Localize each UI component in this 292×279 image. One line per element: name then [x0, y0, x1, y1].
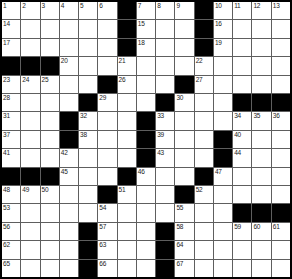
white-cell-r7c13[interactable]: 34: [233, 112, 251, 129]
white-cell-r1c10[interactable]: 9: [175, 2, 193, 19]
white-cell-r6c11[interactable]: [195, 94, 213, 111]
clue-number-24: 24: [22, 76, 29, 84]
white-cell-r4c7[interactable]: 21: [118, 57, 136, 74]
white-cell-r10c8[interactable]: 46: [137, 168, 155, 185]
white-cell-r15c1[interactable]: 65: [2, 260, 20, 277]
white-cell-r8c15[interactable]: [272, 131, 290, 148]
black-cell-r15c5: [79, 260, 97, 277]
clue-number-49: 49: [22, 186, 29, 194]
white-cell-r2c15[interactable]: [272, 20, 290, 37]
white-cell-r11c14[interactable]: [252, 186, 270, 203]
white-cell-r1c15[interactable]: 13: [272, 2, 290, 19]
clue-number-59: 59: [234, 223, 241, 231]
clue-number-19: 19: [215, 39, 222, 47]
white-cell-r1c5[interactable]: 5: [79, 2, 97, 19]
white-cell-r2c12[interactable]: 16: [214, 20, 232, 37]
clue-number-23: 23: [3, 76, 10, 84]
white-cell-r1c1[interactable]: 1: [2, 2, 20, 19]
white-cell-r6c1[interactable]: 28: [2, 94, 20, 111]
white-cell-r12c6[interactable]: 54: [98, 204, 116, 221]
white-cell-r5c12[interactable]: [214, 76, 232, 93]
white-cell-r9c4[interactable]: 42: [60, 149, 78, 166]
clue-number-33: 33: [157, 112, 164, 120]
white-cell-r13c2[interactable]: [21, 223, 39, 240]
white-cell-r8c5[interactable]: 38: [79, 131, 97, 148]
white-cell-r12c4[interactable]: [60, 204, 78, 221]
crossword-grid: 1234567891011121314151617181920212223242…: [0, 0, 292, 279]
clue-number-15: 15: [138, 20, 145, 28]
clue-number-31: 31: [3, 112, 10, 120]
clue-number-32: 32: [80, 112, 87, 120]
black-cell-r3c11: [195, 39, 213, 56]
black-cell-r4c3: [41, 57, 59, 74]
clue-number-25: 25: [42, 76, 49, 84]
white-cell-r2c4[interactable]: [60, 20, 78, 37]
white-cell-r2c9[interactable]: [156, 20, 174, 37]
black-cell-r5c6: [98, 76, 116, 93]
clue-number-41: 41: [3, 149, 10, 157]
clue-number-38: 38: [80, 131, 87, 139]
black-cell-r9c12: [214, 149, 232, 166]
white-cell-r1c2[interactable]: 2: [21, 2, 39, 19]
black-cell-r10c2: [21, 168, 39, 185]
white-cell-r7c5[interactable]: 32: [79, 112, 97, 129]
white-cell-r13c3[interactable]: [41, 223, 59, 240]
clue-number-10: 10: [215, 2, 222, 10]
white-cell-r8c14[interactable]: [252, 131, 270, 148]
white-cell-r10c5[interactable]: [79, 168, 97, 185]
clue-number-36: 36: [273, 112, 280, 120]
black-cell-r12c13: [233, 204, 251, 221]
white-cell-r11c8[interactable]: [137, 186, 155, 203]
clue-number-54: 54: [99, 204, 106, 212]
white-cell-r10c15[interactable]: [272, 168, 290, 185]
clue-number-2: 2: [22, 2, 25, 10]
white-cell-r13c15[interactable]: 61: [272, 223, 290, 240]
black-cell-r11c6: [98, 186, 116, 203]
white-cell-r13c7[interactable]: [118, 223, 136, 240]
clue-number-27: 27: [196, 76, 203, 84]
white-cell-r14c13[interactable]: [233, 241, 251, 258]
clue-number-4: 4: [61, 2, 64, 10]
white-cell-r14c2[interactable]: [21, 241, 39, 258]
white-cell-r6c2[interactable]: [21, 94, 39, 111]
white-cell-r13c13[interactable]: 59: [233, 223, 251, 240]
white-cell-r12c2[interactable]: [21, 204, 39, 221]
white-cell-r1c8[interactable]: 7: [137, 2, 155, 19]
white-cell-r9c5[interactable]: [79, 149, 97, 166]
white-cell-r8c10[interactable]: [175, 131, 193, 148]
white-cell-r3c3[interactable]: [41, 39, 59, 56]
clue-number-39: 39: [157, 131, 164, 139]
white-cell-r3c5[interactable]: [79, 39, 97, 56]
clue-number-52: 52: [196, 186, 203, 194]
clue-number-65: 65: [3, 260, 10, 268]
white-cell-r6c12[interactable]: [214, 94, 232, 111]
white-cell-r9c14[interactable]: [252, 149, 270, 166]
clue-number-6: 6: [99, 2, 102, 10]
white-cell-r14c12[interactable]: [214, 241, 232, 258]
clue-number-47: 47: [215, 168, 222, 176]
white-cell-r3c2[interactable]: [21, 39, 39, 56]
black-cell-r9c8: [137, 149, 155, 166]
white-cell-r15c14[interactable]: [252, 260, 270, 277]
black-cell-r14c9: [156, 241, 174, 258]
white-cell-r11c11[interactable]: 52: [195, 186, 213, 203]
white-cell-r5c14[interactable]: [252, 76, 270, 93]
white-cell-r8c7[interactable]: [118, 131, 136, 148]
black-cell-r1c7: [118, 2, 136, 19]
clue-number-16: 16: [215, 20, 222, 28]
white-cell-r15c4[interactable]: [60, 260, 78, 277]
white-cell-r12c3[interactable]: [41, 204, 59, 221]
clue-number-30: 30: [176, 94, 183, 102]
clue-number-3: 3: [42, 2, 45, 10]
white-cell-r7c14[interactable]: 35: [252, 112, 270, 129]
white-cell-r11c13[interactable]: [233, 186, 251, 203]
clue-number-35: 35: [253, 112, 260, 120]
white-cell-r12c1[interactable]: 53: [2, 204, 20, 221]
white-cell-r5c7[interactable]: 26: [118, 76, 136, 93]
white-cell-r13c8[interactable]: [137, 223, 155, 240]
white-cell-r1c6[interactable]: 6: [98, 2, 116, 19]
white-cell-r10c10[interactable]: [175, 168, 193, 185]
white-cell-r11c4[interactable]: [60, 186, 78, 203]
white-cell-r2c10[interactable]: [175, 20, 193, 37]
clue-number-29: 29: [99, 94, 106, 102]
clue-number-44: 44: [234, 149, 241, 157]
clue-number-8: 8: [157, 2, 160, 10]
white-cell-r13c11[interactable]: [195, 223, 213, 240]
white-cell-r3c4[interactable]: [60, 39, 78, 56]
white-cell-r15c3[interactable]: [41, 260, 59, 277]
white-cell-r11c9[interactable]: [156, 186, 174, 203]
white-cell-r13c6[interactable]: 57: [98, 223, 116, 240]
black-cell-r4c1: [2, 57, 20, 74]
black-cell-r10c11: [195, 168, 213, 185]
black-cell-r10c3: [41, 168, 59, 185]
black-cell-r8c8: [137, 131, 155, 148]
black-cell-r3c7: [118, 39, 136, 56]
clue-number-53: 53: [3, 204, 10, 212]
white-cell-r8c6[interactable]: [98, 131, 116, 148]
white-cell-r13c12[interactable]: [214, 223, 232, 240]
clue-number-61: 61: [273, 223, 280, 231]
white-cell-r3c6[interactable]: [98, 39, 116, 56]
white-cell-r2c1[interactable]: 14: [2, 20, 20, 37]
white-cell-r4c11[interactable]: 22: [195, 57, 213, 74]
white-cell-r10c6[interactable]: [98, 168, 116, 185]
white-cell-r4c9[interactable]: [156, 57, 174, 74]
white-cell-r7c12[interactable]: [214, 112, 232, 129]
white-cell-r12c11[interactable]: [195, 204, 213, 221]
white-cell-r5c4[interactable]: [60, 76, 78, 93]
white-cell-r8c9[interactable]: 39: [156, 131, 174, 148]
clue-number-63: 63: [99, 241, 106, 249]
clue-number-57: 57: [99, 223, 106, 231]
black-cell-r6c14: [252, 94, 270, 111]
clue-number-50: 50: [42, 186, 49, 194]
white-cell-r13c10[interactable]: 58: [175, 223, 193, 240]
white-cell-r7c10[interactable]: [175, 112, 193, 129]
white-cell-r5c8[interactable]: [137, 76, 155, 93]
white-cell-r14c8[interactable]: [137, 241, 155, 258]
white-cell-r9c10[interactable]: [175, 149, 193, 166]
white-cell-r14c6[interactable]: 63: [98, 241, 116, 258]
black-cell-r12c14: [252, 204, 270, 221]
white-cell-r10c14[interactable]: [252, 168, 270, 185]
white-cell-r2c8[interactable]: 15: [137, 20, 155, 37]
clue-number-67: 67: [176, 260, 183, 268]
white-cell-r5c11[interactable]: 27: [195, 76, 213, 93]
white-cell-r11c1[interactable]: 48: [2, 186, 20, 203]
white-cell-r7c6[interactable]: [98, 112, 116, 129]
white-cell-r15c13[interactable]: [233, 260, 251, 277]
black-cell-r1c11: [195, 2, 213, 19]
white-cell-r1c12[interactable]: 10: [214, 2, 232, 19]
black-cell-r15c9: [156, 260, 174, 277]
clue-number-46: 46: [138, 168, 145, 176]
white-cell-r10c13[interactable]: [233, 168, 251, 185]
black-cell-r8c4: [60, 131, 78, 148]
white-cell-r15c7[interactable]: [118, 260, 136, 277]
white-cell-r14c3[interactable]: [41, 241, 59, 258]
clue-number-62: 62: [3, 241, 10, 249]
white-cell-r8c3[interactable]: [41, 131, 59, 148]
clue-number-13: 13: [273, 2, 280, 10]
white-cell-r15c15[interactable]: [272, 260, 290, 277]
white-cell-r3c14[interactable]: [252, 39, 270, 56]
white-cell-r5c2[interactable]: 24: [21, 76, 39, 93]
clue-number-18: 18: [138, 39, 145, 47]
clue-number-51: 51: [119, 186, 126, 194]
white-cell-r2c14[interactable]: [252, 20, 270, 37]
clue-number-21: 21: [119, 57, 126, 65]
white-cell-r10c4[interactable]: 45: [60, 168, 78, 185]
white-cell-r12c8[interactable]: [137, 204, 155, 221]
black-cell-r6c9: [156, 94, 174, 111]
white-cell-r9c2[interactable]: [21, 149, 39, 166]
white-cell-r6c3[interactable]: [41, 94, 59, 111]
clue-number-56: 56: [3, 223, 10, 231]
white-cell-r11c15[interactable]: [272, 186, 290, 203]
black-cell-r13c9: [156, 223, 174, 240]
crossword-puzzle: 1234567891011121314151617181920212223242…: [0, 0, 292, 279]
black-cell-r2c7: [118, 20, 136, 37]
clue-number-7: 7: [138, 2, 141, 10]
white-cell-r9c1[interactable]: 41: [2, 149, 20, 166]
white-cell-r7c2[interactable]: [21, 112, 39, 129]
clue-number-40: 40: [234, 131, 241, 139]
white-cell-r8c2[interactable]: [21, 131, 39, 148]
white-cell-r12c12[interactable]: [214, 204, 232, 221]
white-cell-r3c12[interactable]: 19: [214, 39, 232, 56]
white-cell-r10c12[interactable]: 47: [214, 168, 232, 185]
white-cell-r5c1[interactable]: 23: [2, 76, 20, 93]
white-cell-r1c3[interactable]: 3: [41, 2, 59, 19]
white-cell-r2c2[interactable]: [21, 20, 39, 37]
white-cell-r1c9[interactable]: 8: [156, 2, 174, 19]
white-cell-r11c3[interactable]: 50: [41, 186, 59, 203]
clue-number-55: 55: [176, 204, 183, 212]
clue-number-12: 12: [253, 2, 260, 10]
white-cell-r6c6[interactable]: 29: [98, 94, 116, 111]
white-cell-r9c15[interactable]: [272, 149, 290, 166]
white-cell-r3c9[interactable]: [156, 39, 174, 56]
white-cell-r5c13[interactable]: [233, 76, 251, 93]
white-cell-r9c11[interactable]: [195, 149, 213, 166]
white-cell-r4c4[interactable]: 20: [60, 57, 78, 74]
white-cell-r4c10[interactable]: [175, 57, 193, 74]
white-cell-r7c9[interactable]: 33: [156, 112, 174, 129]
clue-number-11: 11: [234, 2, 240, 10]
white-cell-r3c8[interactable]: 18: [137, 39, 155, 56]
white-cell-r9c13[interactable]: 44: [233, 149, 251, 166]
clue-number-58: 58: [176, 223, 183, 231]
white-cell-r6c4[interactable]: [60, 94, 78, 111]
white-cell-r14c4[interactable]: [60, 241, 78, 258]
black-cell-r6c15: [272, 94, 290, 111]
white-cell-r7c11[interactable]: [195, 112, 213, 129]
clue-number-48: 48: [3, 186, 10, 194]
clue-number-28: 28: [3, 94, 10, 102]
white-cell-r1c4[interactable]: 4: [60, 2, 78, 19]
white-cell-r8c11[interactable]: [195, 131, 213, 148]
white-cell-r4c13[interactable]: [233, 57, 251, 74]
white-cell-r2c13[interactable]: [233, 20, 251, 37]
clue-number-45: 45: [61, 168, 68, 176]
white-cell-r9c3[interactable]: [41, 149, 59, 166]
white-cell-r11c12[interactable]: [214, 186, 232, 203]
clue-number-5: 5: [80, 2, 83, 10]
white-cell-r9c7[interactable]: [118, 149, 136, 166]
white-cell-r4c14[interactable]: [252, 57, 270, 74]
black-cell-r6c13: [233, 94, 251, 111]
clue-number-1: 1: [3, 2, 6, 10]
white-cell-r5c3[interactable]: 25: [41, 76, 59, 93]
white-cell-r15c6[interactable]: 66: [98, 260, 116, 277]
white-cell-r8c13[interactable]: 40: [233, 131, 251, 148]
black-cell-r4c2: [21, 57, 39, 74]
white-cell-r11c2[interactable]: 49: [21, 186, 39, 203]
white-cell-r3c1[interactable]: 17: [2, 39, 20, 56]
black-cell-r14c5: [79, 241, 97, 258]
clue-number-37: 37: [3, 131, 10, 139]
white-cell-r14c1[interactable]: 62: [2, 241, 20, 258]
white-cell-r5c15[interactable]: [272, 76, 290, 93]
white-cell-r15c12[interactable]: [214, 260, 232, 277]
clue-number-26: 26: [119, 76, 126, 84]
white-cell-r11c7[interactable]: 51: [118, 186, 136, 203]
black-cell-r12c15: [272, 204, 290, 221]
white-cell-r15c11[interactable]: [195, 260, 213, 277]
clue-number-22: 22: [196, 57, 203, 65]
white-cell-r7c1[interactable]: 31: [2, 112, 20, 129]
white-cell-r12c7[interactable]: [118, 204, 136, 221]
white-cell-r6c10[interactable]: 30: [175, 94, 193, 111]
black-cell-r2c11: [195, 20, 213, 37]
white-cell-r3c10[interactable]: [175, 39, 193, 56]
white-cell-r7c7[interactable]: [118, 112, 136, 129]
white-cell-r14c15[interactable]: [272, 241, 290, 258]
black-cell-r5c10: [175, 76, 193, 93]
white-cell-r15c10[interactable]: 67: [175, 260, 193, 277]
white-cell-r14c11[interactable]: [195, 241, 213, 258]
white-cell-r9c9[interactable]: 43: [156, 149, 174, 166]
white-cell-r4c8[interactable]: [137, 57, 155, 74]
clue-number-66: 66: [99, 260, 106, 268]
clue-number-64: 64: [176, 241, 183, 249]
white-cell-r7c3[interactable]: [41, 112, 59, 129]
white-cell-r13c4[interactable]: [60, 223, 78, 240]
black-cell-r6c5: [79, 94, 97, 111]
white-cell-r12c5[interactable]: [79, 204, 97, 221]
clue-number-20: 20: [61, 57, 68, 65]
white-cell-r10c9[interactable]: [156, 168, 174, 185]
white-cell-r6c8[interactable]: [137, 94, 155, 111]
clue-number-9: 9: [176, 2, 179, 10]
white-cell-r4c5[interactable]: [79, 57, 97, 74]
black-cell-r10c1: [2, 168, 20, 185]
white-cell-r4c15[interactable]: [272, 57, 290, 74]
white-cell-r13c1[interactable]: 56: [2, 223, 20, 240]
white-cell-r4c12[interactable]: [214, 57, 232, 74]
clue-number-34: 34: [234, 112, 241, 120]
black-cell-r7c8: [137, 112, 155, 129]
black-cell-r11c10: [175, 186, 193, 203]
white-cell-r2c5[interactable]: [79, 20, 97, 37]
black-cell-r13c5: [79, 223, 97, 240]
clue-number-60: 60: [253, 223, 260, 231]
white-cell-r3c15[interactable]: [272, 39, 290, 56]
white-cell-r1c14[interactable]: 12: [252, 2, 270, 19]
white-cell-r14c14[interactable]: [252, 241, 270, 258]
white-cell-r11c5[interactable]: [79, 186, 97, 203]
clue-number-43: 43: [157, 149, 164, 157]
white-cell-r15c2[interactable]: [21, 260, 39, 277]
white-cell-r14c7[interactable]: [118, 241, 136, 258]
white-cell-r4c6[interactable]: [98, 57, 116, 74]
white-cell-r2c3[interactable]: [41, 20, 59, 37]
white-cell-r12c9[interactable]: [156, 204, 174, 221]
white-cell-r6c7[interactable]: [118, 94, 136, 111]
black-cell-r7c4: [60, 112, 78, 129]
white-cell-r7c15[interactable]: 36: [272, 112, 290, 129]
white-cell-r12c10[interactable]: 55: [175, 204, 193, 221]
black-cell-r8c12: [214, 131, 232, 148]
white-cell-r14c10[interactable]: 64: [175, 241, 193, 258]
clue-number-42: 42: [61, 149, 68, 157]
white-cell-r5c5[interactable]: [79, 76, 97, 93]
white-cell-r2c6[interactable]: [98, 20, 116, 37]
white-cell-r5c9[interactable]: [156, 76, 174, 93]
white-cell-r1c13[interactable]: 11: [233, 2, 251, 19]
white-cell-r15c8[interactable]: [137, 260, 155, 277]
white-cell-r8c1[interactable]: 37: [2, 131, 20, 148]
black-cell-r10c7: [118, 168, 136, 185]
clue-number-17: 17: [3, 39, 10, 47]
white-cell-r9c6[interactable]: [98, 149, 116, 166]
white-cell-r13c14[interactable]: 60: [252, 223, 270, 240]
clue-number-14: 14: [3, 20, 10, 28]
white-cell-r3c13[interactable]: [233, 39, 251, 56]
